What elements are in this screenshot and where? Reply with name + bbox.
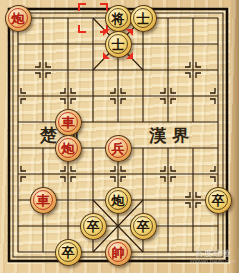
piece-black-advisor[interactable]: 士 bbox=[105, 31, 132, 58]
marker-corner-bl bbox=[78, 25, 86, 33]
piece-character: 卒 bbox=[206, 188, 231, 213]
piece-character: 卒 bbox=[131, 214, 156, 239]
river-label-hanjie: 漢界 bbox=[149, 126, 195, 144]
last-move-from-marker bbox=[78, 3, 108, 33]
piece-character: 士 bbox=[106, 32, 131, 57]
piece-red-soldier[interactable]: 兵 bbox=[105, 135, 132, 162]
xiangqi-board[interactable]: 楚河 漢界 炮将士士車炮兵車炮卒卒卒卒帥 百度经验 jingyan.baidu.… bbox=[0, 0, 239, 273]
piece-black-soldier[interactable]: 卒 bbox=[205, 187, 232, 214]
piece-character: 将 bbox=[106, 6, 131, 31]
piece-character: 卒 bbox=[81, 214, 106, 239]
piece-character: 士 bbox=[131, 6, 156, 31]
piece-red-cannon[interactable]: 炮 bbox=[5, 5, 32, 32]
piece-character: 炮 bbox=[6, 6, 31, 31]
piece-character: 卒 bbox=[56, 240, 81, 265]
piece-red-chariot[interactable]: 車 bbox=[55, 109, 82, 136]
piece-black-soldier[interactable]: 卒 bbox=[130, 213, 157, 240]
piece-character: 兵 bbox=[106, 136, 131, 161]
piece-red-chariot[interactable]: 車 bbox=[30, 187, 57, 214]
piece-black-advisor[interactable]: 士 bbox=[130, 5, 157, 32]
piece-red-cannon[interactable]: 炮 bbox=[55, 135, 82, 162]
piece-black-soldier[interactable]: 卒 bbox=[80, 213, 107, 240]
piece-character: 帥 bbox=[106, 240, 131, 265]
piece-red-general[interactable]: 帥 bbox=[105, 239, 132, 266]
marker-corner-tl bbox=[78, 3, 86, 11]
piece-black-cannon[interactable]: 炮 bbox=[105, 187, 132, 214]
piece-character: 車 bbox=[56, 110, 81, 135]
piece-black-soldier[interactable]: 卒 bbox=[55, 239, 82, 266]
piece-character: 炮 bbox=[106, 188, 131, 213]
piece-character: 炮 bbox=[56, 136, 81, 161]
piece-black-general[interactable]: 将 bbox=[105, 5, 132, 32]
piece-character: 車 bbox=[31, 188, 56, 213]
